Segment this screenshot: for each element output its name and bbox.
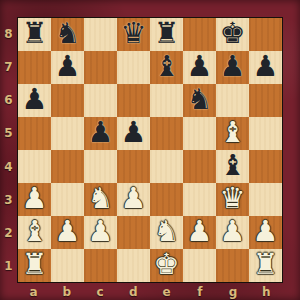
file-label-c: c [84,283,117,300]
square-h6[interactable] [249,84,282,117]
piece-white-queen: ♛ [220,183,246,215]
square-c3[interactable]: ♞ [84,183,117,216]
square-b7[interactable]: ♟ [51,51,84,84]
square-b5[interactable] [51,117,84,150]
piece-black-bishop: ♝ [220,150,246,182]
square-h3[interactable] [249,183,282,216]
square-b4[interactable] [51,150,84,183]
rank-label-7: 7 [0,50,17,83]
square-g5[interactable]: ♝ [216,117,249,150]
square-d6[interactable] [117,84,150,117]
square-d5[interactable]: ♟ [117,117,150,150]
square-f5[interactable] [183,117,216,150]
chess-board: ♜♞♛♜♚♟♝♟♟♟♟♞♟♟♝♝♟♞♟♛♝♟♟♞♟♟♟♜♚♜ [17,17,283,283]
square-g2[interactable]: ♟ [216,216,249,249]
square-a1[interactable]: ♜ [18,249,51,282]
square-b8[interactable]: ♞ [51,18,84,51]
square-c5[interactable]: ♟ [84,117,117,150]
piece-white-rook: ♜ [22,249,48,281]
piece-black-pawn: ♟ [220,51,246,83]
square-h8[interactable] [249,18,282,51]
piece-black-pawn: ♟ [22,84,48,116]
piece-black-pawn: ♟ [55,51,81,83]
square-c4[interactable] [84,150,117,183]
rank-label-5: 5 [0,117,17,150]
square-d3[interactable]: ♟ [117,183,150,216]
square-e7[interactable]: ♝ [150,51,183,84]
piece-white-bishop: ♝ [220,117,246,149]
square-g7[interactable]: ♟ [216,51,249,84]
piece-black-pawn: ♟ [253,51,279,83]
file-label-e: e [150,283,183,300]
piece-white-pawn: ♟ [22,183,48,215]
square-h4[interactable] [249,150,282,183]
piece-black-bishop: ♝ [154,51,180,83]
square-g4[interactable]: ♝ [216,150,249,183]
square-c6[interactable] [84,84,117,117]
file-label-a: a [17,283,50,300]
square-a3[interactable]: ♟ [18,183,51,216]
square-f8[interactable] [183,18,216,51]
square-a6[interactable]: ♟ [18,84,51,117]
square-g8[interactable]: ♚ [216,18,249,51]
piece-white-knight: ♞ [154,216,180,248]
square-e4[interactable] [150,150,183,183]
piece-black-queen: ♛ [121,18,147,50]
square-h2[interactable]: ♟ [249,216,282,249]
square-h1[interactable]: ♜ [249,249,282,282]
square-d4[interactable] [117,150,150,183]
square-a2[interactable]: ♝ [18,216,51,249]
file-labels: abcdefgh [17,283,283,300]
square-e8[interactable]: ♜ [150,18,183,51]
square-g3[interactable]: ♛ [216,183,249,216]
file-label-g: g [217,283,250,300]
square-b3[interactable] [51,183,84,216]
piece-black-pawn: ♟ [121,117,147,149]
rank-labels: 87654321 [0,17,17,283]
square-c2[interactable]: ♟ [84,216,117,249]
square-b1[interactable] [51,249,84,282]
piece-white-pawn: ♟ [55,216,81,248]
file-label-b: b [50,283,83,300]
square-e3[interactable] [150,183,183,216]
square-g6[interactable] [216,84,249,117]
piece-black-rook: ♜ [154,18,180,50]
piece-black-rook: ♜ [22,18,48,50]
rank-label-4: 4 [0,150,17,183]
file-label-f: f [183,283,216,300]
square-d7[interactable] [117,51,150,84]
square-f6[interactable]: ♞ [183,84,216,117]
square-a4[interactable] [18,150,51,183]
square-d8[interactable]: ♛ [117,18,150,51]
square-a7[interactable] [18,51,51,84]
rank-label-3: 3 [0,183,17,216]
piece-white-king: ♚ [154,249,180,281]
rank-label-8: 8 [0,17,17,50]
square-d1[interactable] [117,249,150,282]
piece-white-rook: ♜ [253,249,279,281]
square-f1[interactable] [183,249,216,282]
square-a8[interactable]: ♜ [18,18,51,51]
piece-black-pawn: ♟ [187,51,213,83]
square-f3[interactable] [183,183,216,216]
rank-label-6: 6 [0,84,17,117]
piece-black-pawn: ♟ [88,117,114,149]
piece-black-knight: ♞ [55,18,81,50]
piece-white-bishop: ♝ [22,216,48,248]
square-e5[interactable] [150,117,183,150]
piece-white-pawn: ♟ [220,216,246,248]
square-f4[interactable] [183,150,216,183]
chess-diagram: 87654321 ♜♞♛♜♚♟♝♟♟♟♟♞♟♟♝♝♟♞♟♛♝♟♟♞♟♟♟♜♚♜ … [0,0,300,300]
piece-white-knight: ♞ [88,183,114,215]
square-f2[interactable]: ♟ [183,216,216,249]
square-c1[interactable] [84,249,117,282]
file-label-d: d [117,283,150,300]
square-b2[interactable]: ♟ [51,216,84,249]
square-b6[interactable] [51,84,84,117]
square-c8[interactable] [84,18,117,51]
square-h7[interactable]: ♟ [249,51,282,84]
piece-white-pawn: ♟ [121,183,147,215]
piece-white-pawn: ♟ [187,216,213,248]
square-a5[interactable] [18,117,51,150]
piece-black-king: ♚ [220,18,246,50]
square-g1[interactable] [216,249,249,282]
square-c7[interactable] [84,51,117,84]
square-e2[interactable]: ♞ [150,216,183,249]
file-label-h: h [250,283,283,300]
square-e6[interactable] [150,84,183,117]
square-f7[interactable]: ♟ [183,51,216,84]
square-e1[interactable]: ♚ [150,249,183,282]
square-d2[interactable] [117,216,150,249]
piece-black-knight: ♞ [187,84,213,116]
square-h5[interactable] [249,117,282,150]
rank-label-1: 1 [0,250,17,283]
piece-white-pawn: ♟ [253,216,279,248]
rank-label-2: 2 [0,217,17,250]
piece-white-pawn: ♟ [88,216,114,248]
